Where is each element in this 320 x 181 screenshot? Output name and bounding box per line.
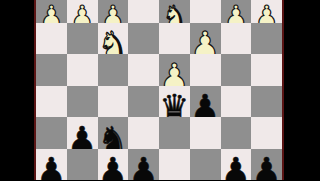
square-b7[interactable]: ♟ [221,149,252,181]
square-f3[interactable]: ♞ [98,23,129,55]
square-g7[interactable] [67,149,98,181]
square-d6[interactable] [159,117,190,149]
square-a6[interactable] [251,117,282,149]
black-pawn-a7: ♟ [252,153,282,180]
square-d3[interactable] [159,23,190,55]
square-c7[interactable] [190,149,221,181]
square-a5[interactable] [251,86,282,118]
white-pawn-c3: ♟ [190,27,220,54]
black-queen-d5: ♛ [160,90,190,117]
black-pawn-e7: ♟ [129,153,159,180]
square-g5[interactable] [67,86,98,118]
square-e5[interactable] [128,86,159,118]
square-g2[interactable]: ♟ [67,0,98,23]
square-d4[interactable]: ♟ [159,54,190,86]
square-f7[interactable]: ♟ [98,149,129,181]
square-g3[interactable] [67,23,98,55]
square-h3[interactable] [36,23,67,55]
black-knight-f6: ♞ [98,122,128,149]
square-d7[interactable] [159,149,190,181]
square-b4[interactable] [221,54,252,86]
white-pawn-a2: ♟ [255,2,278,23]
chess-board: ♟♟♟♞♟♟♞♟♟♛♟♟♞♟♟♟♟♟ [34,0,284,180]
square-c6[interactable] [190,117,221,149]
black-pawn-c5: ♟ [190,90,220,117]
square-a3[interactable] [251,23,282,55]
white-pawn-d4: ♟ [160,59,190,86]
white-knight-f3: ♞ [98,27,128,54]
square-e2[interactable] [128,0,159,23]
square-b5[interactable] [221,86,252,118]
black-pawn-g6: ♟ [67,122,97,149]
square-f6[interactable]: ♞ [98,117,129,149]
square-b3[interactable] [221,23,252,55]
black-pawn-b7: ♟ [221,153,251,180]
square-g6[interactable]: ♟ [67,117,98,149]
square-d2[interactable]: ♞ [159,0,190,23]
square-h5[interactable] [36,86,67,118]
square-h6[interactable] [36,117,67,149]
square-h4[interactable] [36,54,67,86]
video-frame: ♟♟♟♞♟♟♞♟♟♛♟♟♞♟♟♟♟♟ [0,0,320,180]
square-c5[interactable]: ♟ [190,86,221,118]
square-a4[interactable] [251,54,282,86]
square-b2[interactable]: ♟ [221,0,252,23]
square-h2[interactable]: ♟ [36,0,67,23]
square-a7[interactable]: ♟ [251,149,282,181]
square-e6[interactable] [128,117,159,149]
white-pawn-h2: ♟ [40,2,63,23]
square-c4[interactable] [190,54,221,86]
square-e4[interactable] [128,54,159,86]
black-pawn-f7: ♟ [98,153,128,180]
white-pawn-g2: ♟ [70,2,93,23]
white-knight-d2: ♞ [163,2,186,23]
square-a2[interactable]: ♟ [251,0,282,23]
square-f5[interactable] [98,86,129,118]
square-g4[interactable] [67,54,98,86]
square-e3[interactable] [128,23,159,55]
square-d5[interactable]: ♛ [159,86,190,118]
pillarbox-right [284,0,320,180]
black-pawn-h7: ♟ [37,153,67,180]
square-h7[interactable]: ♟ [36,149,67,181]
square-c2[interactable] [190,0,221,23]
white-pawn-f2: ♟ [101,2,124,23]
square-f4[interactable] [98,54,129,86]
pillarbox-left [0,0,34,180]
square-b6[interactable] [221,117,252,149]
white-pawn-b2: ♟ [224,2,247,23]
square-f2[interactable]: ♟ [98,0,129,23]
square-c3[interactable]: ♟ [190,23,221,55]
square-e7[interactable]: ♟ [128,149,159,181]
